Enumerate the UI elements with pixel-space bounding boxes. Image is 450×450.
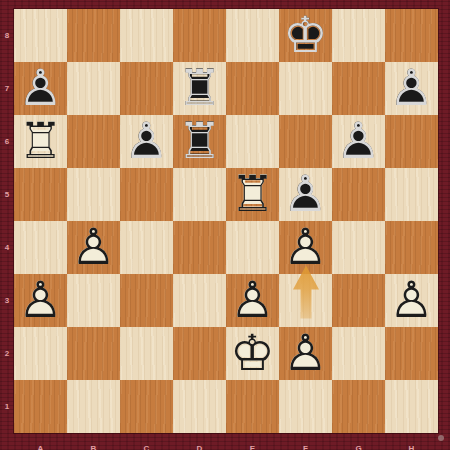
- piece-glyph-detail: ♖: [14, 115, 67, 168]
- square-g4[interactable]: [332, 221, 385, 274]
- square-f6[interactable]: [279, 115, 332, 168]
- square-c2[interactable]: [120, 327, 173, 380]
- square-f1[interactable]: [279, 380, 332, 433]
- file-label-d: D: [173, 443, 226, 450]
- square-h5[interactable]: [385, 168, 438, 221]
- file-label-a: A: [14, 443, 67, 450]
- square-c1[interactable]: [120, 380, 173, 433]
- piece-glyph-detail: ♖: [226, 168, 279, 221]
- square-g5[interactable]: [332, 168, 385, 221]
- square-b4[interactable]: ♟♙: [67, 221, 120, 274]
- square-g8[interactable]: [332, 9, 385, 62]
- square-h1[interactable]: [385, 380, 438, 433]
- square-d7[interactable]: ♜♖: [173, 62, 226, 115]
- rank-labels: 87654321: [0, 9, 14, 433]
- piece-glyph-detail: ♙: [279, 168, 332, 221]
- square-a5[interactable]: [14, 168, 67, 221]
- piece-glyph-detail: ♙: [67, 221, 120, 274]
- file-labels: ABCDEFGH: [14, 437, 438, 450]
- file-label-e: E: [226, 443, 279, 450]
- square-b1[interactable]: [67, 380, 120, 433]
- square-e8[interactable]: [226, 9, 279, 62]
- square-e1[interactable]: [226, 380, 279, 433]
- white-pawn-f4[interactable]: ♟♙: [279, 221, 332, 274]
- square-a2[interactable]: [14, 327, 67, 380]
- white-pawn-f2[interactable]: ♟♙: [279, 327, 332, 380]
- square-a8[interactable]: [14, 9, 67, 62]
- square-f3[interactable]: [279, 274, 332, 327]
- square-h7[interactable]: ♟♙: [385, 62, 438, 115]
- file-label-f: F: [279, 443, 332, 450]
- square-c8[interactable]: [120, 9, 173, 62]
- piece-glyph-detail: ♙: [385, 62, 438, 115]
- square-c4[interactable]: [120, 221, 173, 274]
- black-pawn-g6[interactable]: ♟♙: [332, 115, 385, 168]
- black-rook-d7[interactable]: ♜♖: [173, 62, 226, 115]
- square-g1[interactable]: [332, 380, 385, 433]
- white-rook-e5[interactable]: ♜♖: [226, 168, 279, 221]
- piece-glyph-detail: ♔: [279, 9, 332, 62]
- rank-label-2: 2: [0, 327, 14, 380]
- square-b5[interactable]: [67, 168, 120, 221]
- square-h6[interactable]: [385, 115, 438, 168]
- black-king-f8[interactable]: ♚♔: [279, 9, 332, 62]
- rank-label-7: 7: [0, 62, 14, 115]
- piece-glyph-detail: ♙: [385, 274, 438, 327]
- square-h4[interactable]: [385, 221, 438, 274]
- black-rook-d6[interactable]: ♜♖: [173, 115, 226, 168]
- rank-label-4: 4: [0, 221, 14, 274]
- piece-glyph-detail: ♙: [14, 62, 67, 115]
- square-e3[interactable]: ♟♙: [226, 274, 279, 327]
- square-f7[interactable]: [279, 62, 332, 115]
- square-e5[interactable]: ♜♖: [226, 168, 279, 221]
- file-label-c: C: [120, 443, 173, 450]
- square-e7[interactable]: [226, 62, 279, 115]
- square-d5[interactable]: [173, 168, 226, 221]
- rank-label-6: 6: [0, 115, 14, 168]
- rank-label-1: 1: [0, 380, 14, 433]
- square-h3[interactable]: ♟♙: [385, 274, 438, 327]
- square-f4[interactable]: ♟♙: [279, 221, 332, 274]
- square-h2[interactable]: [385, 327, 438, 380]
- white-pawn-e3[interactable]: ♟♙: [226, 274, 279, 327]
- square-d6[interactable]: ♜♖: [173, 115, 226, 168]
- square-c5[interactable]: [120, 168, 173, 221]
- chessboard-frame: 87654321 ABCDEFGH ♚♔♟♙♜♖♟♙♜♖♟♙♜♖♟♙♜♖♟♙♟♙…: [0, 0, 450, 450]
- square-c6[interactable]: ♟♙: [120, 115, 173, 168]
- piece-glyph-detail: ♖: [173, 115, 226, 168]
- black-pawn-f5[interactable]: ♟♙: [279, 168, 332, 221]
- rank-label-5: 5: [0, 168, 14, 221]
- white-pawn-h3[interactable]: ♟♙: [385, 274, 438, 327]
- black-pawn-h7[interactable]: ♟♙: [385, 62, 438, 115]
- piece-glyph-detail: ♙: [279, 327, 332, 380]
- piece-glyph-detail: ♙: [332, 115, 385, 168]
- rank-label-8: 8: [0, 9, 14, 62]
- file-label-h: H: [385, 443, 438, 450]
- white-pawn-b4[interactable]: ♟♙: [67, 221, 120, 274]
- file-label-b: B: [67, 443, 120, 450]
- square-a3[interactable]: ♟♙: [14, 274, 67, 327]
- square-a6[interactable]: ♜♖: [14, 115, 67, 168]
- square-e2[interactable]: ♚♔: [226, 327, 279, 380]
- square-d8[interactable]: [173, 9, 226, 62]
- square-b7[interactable]: [67, 62, 120, 115]
- black-pawn-a7[interactable]: ♟♙: [14, 62, 67, 115]
- square-a1[interactable]: [14, 380, 67, 433]
- piece-glyph-detail: ♔: [226, 327, 279, 380]
- square-g6[interactable]: ♟♙: [332, 115, 385, 168]
- rank-label-3: 3: [0, 274, 14, 327]
- square-f8[interactable]: ♚♔: [279, 9, 332, 62]
- square-f2[interactable]: ♟♙: [279, 327, 332, 380]
- corner-dot: [438, 435, 444, 441]
- chess-board: ♚♔♟♙♜♖♟♙♜♖♟♙♜♖♟♙♜♖♟♙♟♙♟♙♟♙♟♙♟♙♚♔♟♙: [14, 9, 438, 433]
- square-a4[interactable]: [14, 221, 67, 274]
- square-f5[interactable]: ♟♙: [279, 168, 332, 221]
- square-g3[interactable]: [332, 274, 385, 327]
- square-d1[interactable]: [173, 380, 226, 433]
- square-d4[interactable]: [173, 221, 226, 274]
- piece-glyph-detail: ♙: [279, 221, 332, 274]
- black-pawn-c6[interactable]: ♟♙: [120, 115, 173, 168]
- file-label-g: G: [332, 443, 385, 450]
- white-rook-a6[interactable]: ♜♖: [14, 115, 67, 168]
- square-e6[interactable]: [226, 115, 279, 168]
- square-b6[interactable]: [67, 115, 120, 168]
- square-g7[interactable]: [332, 62, 385, 115]
- white-pawn-a3[interactable]: ♟♙: [14, 274, 67, 327]
- square-a7[interactable]: ♟♙: [14, 62, 67, 115]
- square-b8[interactable]: [67, 9, 120, 62]
- square-c7[interactable]: [120, 62, 173, 115]
- square-e4[interactable]: [226, 221, 279, 274]
- piece-glyph-detail: ♙: [120, 115, 173, 168]
- square-b3[interactable]: [67, 274, 120, 327]
- square-h8[interactable]: [385, 9, 438, 62]
- piece-glyph-detail: ♙: [226, 274, 279, 327]
- square-b2[interactable]: [67, 327, 120, 380]
- piece-glyph-detail: ♖: [173, 62, 226, 115]
- piece-glyph-detail: ♙: [14, 274, 67, 327]
- square-c3[interactable]: [120, 274, 173, 327]
- white-king-e2[interactable]: ♚♔: [226, 327, 279, 380]
- square-d2[interactable]: [173, 327, 226, 380]
- square-g2[interactable]: [332, 327, 385, 380]
- square-d3[interactable]: [173, 274, 226, 327]
